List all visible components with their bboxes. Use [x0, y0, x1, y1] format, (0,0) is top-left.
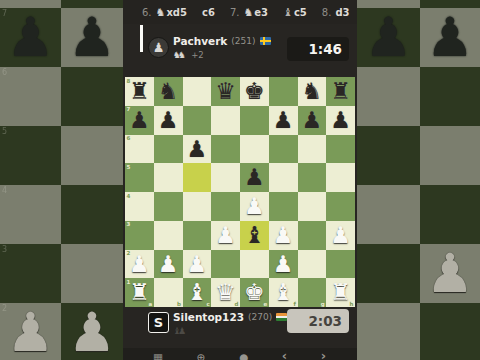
bishop-figurine-icon: ♝ [283, 6, 293, 19]
india-flag-icon [276, 313, 287, 321]
bg-black-pawn: ♟ [0, 8, 61, 68]
square-a7[interactable]: 7♟ [125, 106, 154, 135]
move-number: 8. [322, 7, 332, 18]
black-pawn: ♟ [154, 106, 183, 134]
square-h4[interactable] [326, 192, 355, 221]
square-f3[interactable]: ♟ [269, 221, 298, 250]
bg-square: ♟ [61, 8, 123, 67]
bg-square: ♟ [420, 244, 480, 303]
square-c5[interactable] [183, 163, 212, 192]
square-d5[interactable] [211, 163, 240, 192]
move-list[interactable]: 6.♞xd5c67.♞e3♝c58.d3 [123, 0, 357, 24]
bg-black-pawn: ♟ [420, 8, 480, 68]
square-a4[interactable]: 4 [125, 192, 154, 221]
square-a2[interactable]: 2♟ [125, 250, 154, 279]
bg-square [61, 67, 123, 126]
bg-square [357, 185, 420, 244]
square-c7[interactable] [183, 106, 212, 135]
square-d7[interactable] [211, 106, 240, 135]
square-g5[interactable] [298, 163, 327, 192]
knight-figurine-icon: ♞ [243, 6, 253, 19]
black-pawn: ♟ [183, 135, 212, 163]
square-f7[interactable]: ♟ [269, 106, 298, 135]
bg-rank-coordinate: 6 [2, 68, 7, 77]
add-time-icon[interactable]: ⊕ [197, 350, 206, 360]
sweden-flag-icon [260, 37, 271, 45]
square-a3[interactable]: 3 [125, 221, 154, 250]
bottom-player-name[interactable]: Silentop123 [173, 311, 244, 323]
bg-square [61, 126, 123, 185]
bg-square [420, 303, 480, 360]
rank-coordinate: 5 [127, 164, 131, 170]
square-d3[interactable]: ♟ [211, 221, 240, 250]
black-king: ♚ [240, 77, 269, 105]
square-d1[interactable]: d♛ [211, 278, 240, 307]
square-d6[interactable] [211, 135, 240, 164]
square-a6[interactable]: 6 [125, 135, 154, 164]
white-pawn: ♟ [326, 221, 355, 249]
square-b2[interactable]: ♟ [154, 250, 183, 279]
bg-square [357, 244, 420, 303]
square-e3[interactable]: ♝ [240, 221, 269, 250]
move-number: 6. [142, 7, 152, 18]
rank-coordinate: 2 [127, 250, 131, 256]
avatar-letter: S [154, 314, 163, 332]
bg-square [61, 244, 123, 303]
top-player-avatar[interactable]: ♟ [148, 37, 169, 58]
bg-square: 4 [0, 185, 61, 244]
white-pawn: ♟ [211, 221, 240, 249]
white-pawn: ♟ [269, 250, 298, 278]
black-knight: ♞ [298, 77, 327, 105]
square-h3[interactable]: ♟ [326, 221, 355, 250]
square-d2[interactable] [211, 250, 240, 279]
move-san: c6 [202, 7, 215, 18]
black-rook: ♜ [326, 77, 355, 105]
top-captured-pieces-icons: ♞♞ [173, 50, 186, 60]
black-pawn: ♟ [240, 163, 269, 191]
square-b5[interactable] [154, 163, 183, 192]
record-icon[interactable]: ● [239, 350, 248, 360]
square-f1[interactable]: f♝ [269, 278, 298, 307]
square-b8[interactable]: ♞ [154, 77, 183, 106]
bg-black-pawn: ♟ [61, 8, 123, 68]
bg-square: ♟2 [0, 303, 61, 360]
bg-rank-coordinate: 2 [2, 304, 7, 313]
square-e4[interactable]: ♟ [240, 192, 269, 221]
move-item[interactable]: ♝c5 [283, 6, 307, 19]
bottom-player-panel: S Silentop123 (270) ♝♟ 2:03 [123, 307, 357, 348]
square-d8[interactable]: ♛ [211, 77, 240, 106]
bg-black-pawn: ♟ [357, 8, 420, 68]
square-h7[interactable]: ♟ [326, 106, 355, 135]
square-h8[interactable]: ♜ [326, 77, 355, 106]
bottom-nav-bar: ▦⊕●‹› [123, 348, 357, 360]
square-g1[interactable]: g [298, 278, 327, 307]
bg-square: ♟7 [0, 8, 61, 67]
square-b1[interactable]: b [154, 278, 183, 307]
square-e1[interactable]: e♚ [240, 278, 269, 307]
square-g4[interactable] [298, 192, 327, 221]
square-e7[interactable] [240, 106, 269, 135]
square-f4[interactable] [269, 192, 298, 221]
bg-square [420, 126, 480, 185]
rank-coordinate: 3 [127, 221, 131, 227]
black-queen: ♛ [211, 77, 240, 105]
square-h2[interactable] [326, 250, 355, 279]
square-c8[interactable] [183, 77, 212, 106]
move-number: 7. [230, 7, 240, 18]
black-pawn: ♟ [326, 106, 355, 134]
board-menu-icon[interactable]: ▦ [153, 350, 163, 360]
square-b6[interactable] [154, 135, 183, 164]
move-san: ♞xd5 [156, 6, 187, 19]
screen: ♟7♟6543♟2♟ ♟♟♟ 6.♞xd5c67.♞e3♝c58.d3 ♟ Pa… [0, 0, 480, 360]
square-b7[interactable]: ♟ [154, 106, 183, 135]
square-c6[interactable]: ♟ [183, 135, 212, 164]
square-c1[interactable]: c♝ [183, 278, 212, 307]
square-c3[interactable] [183, 221, 212, 250]
square-g8[interactable]: ♞ [298, 77, 327, 106]
bg-rank-coordinate: 3 [2, 245, 7, 254]
back-icon[interactable]: ‹ [282, 350, 287, 360]
square-a1[interactable]: 1a♜ [125, 278, 154, 307]
white-pawn: ♟ [269, 221, 298, 249]
square-c2[interactable]: ♟ [183, 250, 212, 279]
rank-coordinate: 4 [127, 193, 131, 199]
move-cursor-bar [140, 25, 143, 52]
move-item[interactable]: c6 [202, 7, 215, 18]
rank-coordinate: 8 [127, 78, 131, 84]
bg-square: ♟ [357, 8, 420, 67]
bg-square [357, 303, 420, 360]
square-b3[interactable] [154, 221, 183, 250]
bg-white-pawn: ♟ [0, 303, 61, 360]
black-pawn: ♟ [298, 106, 327, 134]
black-pawn: ♟ [269, 106, 298, 134]
bg-square [420, 67, 480, 126]
bg-square: 5 [0, 126, 61, 185]
white-pawn: ♟ [154, 250, 183, 278]
black-bishop: ♝ [240, 221, 269, 249]
square-g7[interactable]: ♟ [298, 106, 327, 135]
bottom-player-clock: 2:03 [287, 309, 349, 333]
forward-icon[interactable]: › [321, 350, 326, 360]
bg-square [357, 67, 420, 126]
square-h1[interactable]: h♜ [326, 278, 355, 307]
bg-square: 3 [0, 244, 61, 303]
move-san: ♞e3 [243, 6, 268, 19]
bottom-captured-pieces-icons: ♝♟ [173, 326, 186, 336]
bg-rank-coordinate: 7 [2, 9, 7, 18]
rank-coordinate: 1 [127, 279, 131, 285]
square-f6[interactable] [269, 135, 298, 164]
bg-rank-coordinate: 4 [2, 186, 7, 195]
rank-coordinate: 6 [127, 135, 131, 141]
square-e5[interactable]: ♟ [240, 163, 269, 192]
top-player-clock: 1:46 [287, 37, 349, 61]
bottom-player-avatar[interactable]: S [148, 312, 169, 333]
bottom-player-rating: (270) [248, 312, 272, 322]
move-item[interactable]: 6.♞xd5 [142, 6, 187, 19]
square-f8[interactable] [269, 77, 298, 106]
square-e2[interactable] [240, 250, 269, 279]
move-item[interactable]: 8.d3 [322, 7, 350, 18]
square-e8[interactable]: ♚ [240, 77, 269, 106]
top-player-name[interactable]: Pachverk [173, 35, 227, 47]
white-pawn: ♟ [183, 250, 212, 278]
square-h6[interactable] [326, 135, 355, 164]
square-a5[interactable]: 5 [125, 163, 154, 192]
background-board-right: ♟♟♟ [357, 0, 480, 360]
square-b4[interactable] [154, 192, 183, 221]
black-knight: ♞ [154, 77, 183, 105]
bg-square: 6 [0, 67, 61, 126]
background-board-left: ♟7♟6543♟2♟ [0, 0, 123, 360]
avatar-piece-icon: ♟ [153, 38, 165, 58]
square-g6[interactable] [298, 135, 327, 164]
knight-figurine-icon: ♞ [156, 6, 166, 19]
rank-coordinate: 7 [127, 106, 131, 112]
square-e6[interactable] [240, 135, 269, 164]
square-c4[interactable] [183, 192, 212, 221]
top-player-panel: ♟ Pachverk (251) ♞♞ +2 1:46 [123, 24, 357, 77]
bg-square [420, 185, 480, 244]
top-player-rating: (251) [231, 36, 255, 46]
bg-square [61, 185, 123, 244]
square-g2[interactable] [298, 250, 327, 279]
square-f2[interactable]: ♟ [269, 250, 298, 279]
white-pawn: ♟ [240, 192, 269, 220]
move-san: ♝c5 [283, 6, 307, 19]
bg-square: ♟ [61, 303, 123, 360]
bg-rank-coordinate: 5 [2, 127, 7, 136]
bg-white-pawn: ♟ [61, 303, 123, 360]
phone-screen: 6.♞xd5c67.♞e3♝c58.d3 ♟ Pachverk (251) ♞♞… [123, 0, 357, 360]
square-a8[interactable]: 8♜ [125, 77, 154, 106]
move-san: d3 [335, 7, 349, 18]
square-g3[interactable] [298, 221, 327, 250]
chess-board: 8♜♞♛♚♞♜7♟♟♟♟♟6♟5♟4♟3♟♝♟♟2♟♟♟♟1a♜bc♝d♛e♚f… [125, 77, 355, 307]
bg-square: ♟ [420, 8, 480, 67]
top-material-score: +2 [191, 50, 204, 60]
move-item[interactable]: 7.♞e3 [230, 6, 268, 19]
bg-square [357, 126, 420, 185]
square-d4[interactable] [211, 192, 240, 221]
bg-white-pawn: ♟ [420, 244, 480, 304]
square-h5[interactable] [326, 163, 355, 192]
square-f5[interactable] [269, 163, 298, 192]
